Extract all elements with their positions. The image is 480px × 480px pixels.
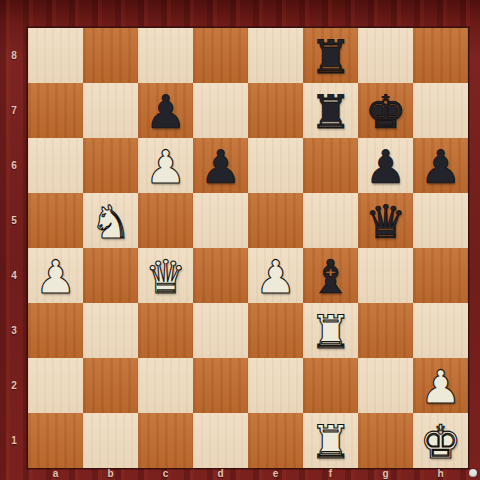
square-e2[interactable] bbox=[248, 358, 303, 413]
square-a4[interactable]: ♟ bbox=[28, 248, 83, 303]
rank-label-1: 1 bbox=[0, 413, 28, 468]
file-label-a: a bbox=[28, 467, 83, 480]
file-label-h: h bbox=[413, 467, 468, 480]
square-f7[interactable]: ♜ bbox=[303, 83, 358, 138]
piece-black-rook-f7[interactable]: ♜ bbox=[310, 87, 351, 135]
piece-white-king-h1[interactable]: ♚ bbox=[420, 417, 461, 465]
square-d1[interactable] bbox=[193, 413, 248, 468]
rank-label-3: 3 bbox=[0, 303, 28, 358]
square-h6[interactable]: ♟ bbox=[413, 138, 468, 193]
square-f4[interactable]: ♝ bbox=[303, 248, 358, 303]
square-a2[interactable] bbox=[28, 358, 83, 413]
piece-black-pawn-d6[interactable]: ♟ bbox=[200, 142, 241, 190]
square-d8[interactable] bbox=[193, 28, 248, 83]
square-c5[interactable] bbox=[138, 193, 193, 248]
square-h8[interactable] bbox=[413, 28, 468, 83]
piece-black-pawn-h6[interactable]: ♟ bbox=[420, 142, 461, 190]
square-b2[interactable] bbox=[83, 358, 138, 413]
square-d2[interactable] bbox=[193, 358, 248, 413]
piece-white-knight-b5[interactable]: ♞ bbox=[90, 197, 131, 245]
piece-black-pawn-c7[interactable]: ♟ bbox=[145, 87, 186, 135]
piece-white-rook-f3[interactable]: ♜ bbox=[310, 307, 351, 355]
square-b6[interactable] bbox=[83, 138, 138, 193]
square-h4[interactable] bbox=[413, 248, 468, 303]
square-f1[interactable]: ♜ bbox=[303, 413, 358, 468]
square-h1[interactable]: ♚ bbox=[413, 413, 468, 468]
square-a5[interactable] bbox=[28, 193, 83, 248]
piece-white-pawn-h2[interactable]: ♟ bbox=[420, 362, 461, 410]
piece-black-bishop-f4[interactable]: ♝ bbox=[310, 252, 351, 300]
square-a7[interactable] bbox=[28, 83, 83, 138]
piece-black-rook-f8[interactable]: ♜ bbox=[310, 32, 351, 80]
square-g3[interactable] bbox=[358, 303, 413, 358]
file-coordinates: abcdefgh bbox=[28, 467, 468, 480]
white-to-move-indicator bbox=[469, 469, 477, 477]
square-h3[interactable] bbox=[413, 303, 468, 358]
square-e7[interactable] bbox=[248, 83, 303, 138]
square-a1[interactable] bbox=[28, 413, 83, 468]
square-b7[interactable] bbox=[83, 83, 138, 138]
square-g4[interactable] bbox=[358, 248, 413, 303]
square-c2[interactable] bbox=[138, 358, 193, 413]
square-d3[interactable] bbox=[193, 303, 248, 358]
square-g7[interactable]: ♚ bbox=[358, 83, 413, 138]
piece-black-pawn-g6[interactable]: ♟ bbox=[365, 142, 406, 190]
file-label-e: e bbox=[248, 467, 303, 480]
square-e8[interactable] bbox=[248, 28, 303, 83]
square-g5[interactable]: ♛ bbox=[358, 193, 413, 248]
square-e1[interactable] bbox=[248, 413, 303, 468]
piece-white-pawn-e4[interactable]: ♟ bbox=[255, 252, 296, 300]
square-f3[interactable]: ♜ bbox=[303, 303, 358, 358]
piece-black-queen-g5[interactable]: ♛ bbox=[365, 197, 406, 245]
square-f6[interactable] bbox=[303, 138, 358, 193]
file-label-b: b bbox=[83, 467, 138, 480]
board-frame: ♜♟♜♚♟♟♟♟♞♛♟♛♟♝♜♟♜♚ 87654321 abcdefgh bbox=[0, 0, 480, 480]
square-g2[interactable] bbox=[358, 358, 413, 413]
square-c8[interactable] bbox=[138, 28, 193, 83]
file-label-d: d bbox=[193, 467, 248, 480]
square-g1[interactable] bbox=[358, 413, 413, 468]
square-a6[interactable] bbox=[28, 138, 83, 193]
square-c7[interactable]: ♟ bbox=[138, 83, 193, 138]
square-g8[interactable] bbox=[358, 28, 413, 83]
square-b1[interactable] bbox=[83, 413, 138, 468]
square-b3[interactable] bbox=[83, 303, 138, 358]
square-b4[interactable] bbox=[83, 248, 138, 303]
rank-label-4: 4 bbox=[0, 248, 28, 303]
square-g6[interactable]: ♟ bbox=[358, 138, 413, 193]
square-c1[interactable] bbox=[138, 413, 193, 468]
piece-white-queen-c4[interactable]: ♛ bbox=[145, 252, 186, 300]
rank-label-7: 7 bbox=[0, 83, 28, 138]
square-h2[interactable]: ♟ bbox=[413, 358, 468, 413]
piece-white-pawn-a4[interactable]: ♟ bbox=[35, 252, 76, 300]
square-h7[interactable] bbox=[413, 83, 468, 138]
file-label-c: c bbox=[138, 467, 193, 480]
square-f8[interactable]: ♜ bbox=[303, 28, 358, 83]
square-e3[interactable] bbox=[248, 303, 303, 358]
rank-label-6: 6 bbox=[0, 138, 28, 193]
square-h5[interactable] bbox=[413, 193, 468, 248]
rank-coordinates: 87654321 bbox=[0, 28, 28, 468]
square-c6[interactable]: ♟ bbox=[138, 138, 193, 193]
file-label-f: f bbox=[303, 467, 358, 480]
square-d4[interactable] bbox=[193, 248, 248, 303]
square-d7[interactable] bbox=[193, 83, 248, 138]
square-a3[interactable] bbox=[28, 303, 83, 358]
square-d6[interactable]: ♟ bbox=[193, 138, 248, 193]
piece-white-pawn-c6[interactable]: ♟ bbox=[145, 142, 186, 190]
piece-white-rook-f1[interactable]: ♜ bbox=[310, 417, 351, 465]
square-e5[interactable] bbox=[248, 193, 303, 248]
square-e4[interactable]: ♟ bbox=[248, 248, 303, 303]
square-f5[interactable] bbox=[303, 193, 358, 248]
square-d5[interactable] bbox=[193, 193, 248, 248]
square-f2[interactable] bbox=[303, 358, 358, 413]
square-c3[interactable] bbox=[138, 303, 193, 358]
rank-label-8: 8 bbox=[0, 28, 28, 83]
rank-label-5: 5 bbox=[0, 193, 28, 248]
file-label-g: g bbox=[358, 467, 413, 480]
piece-black-king-g7[interactable]: ♚ bbox=[365, 87, 406, 135]
square-e6[interactable] bbox=[248, 138, 303, 193]
square-b5[interactable]: ♞ bbox=[83, 193, 138, 248]
square-c4[interactable]: ♛ bbox=[138, 248, 193, 303]
square-a8[interactable] bbox=[28, 28, 83, 83]
square-b8[interactable] bbox=[83, 28, 138, 83]
rank-label-2: 2 bbox=[0, 358, 28, 413]
chess-board: ♜♟♜♚♟♟♟♟♞♛♟♛♟♝♜♟♜♚ bbox=[28, 28, 468, 468]
